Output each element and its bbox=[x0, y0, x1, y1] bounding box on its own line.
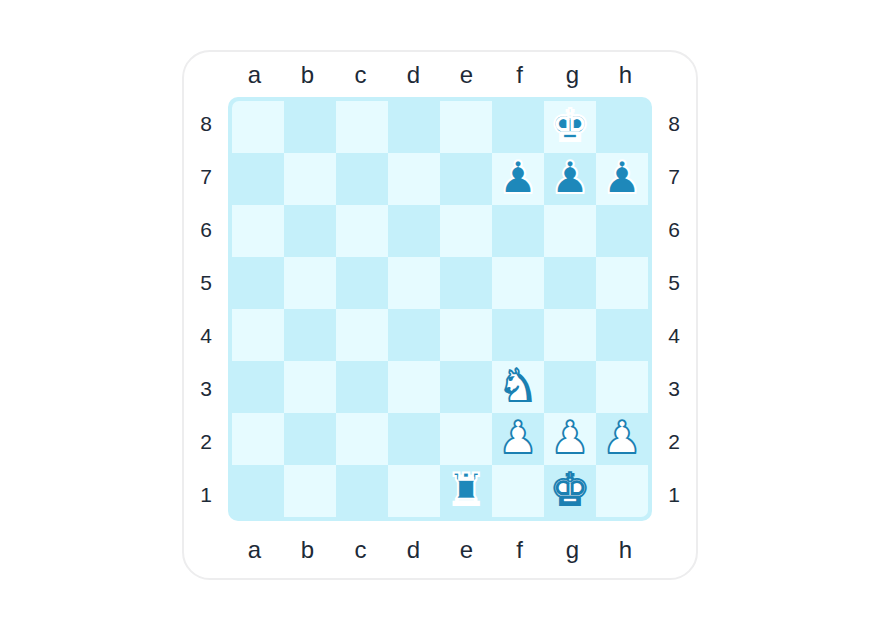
square-c3[interactable] bbox=[336, 361, 388, 413]
square-a8[interactable] bbox=[232, 101, 284, 153]
chessboard: ♚♟♟♟♞♟♟♟♜♚ bbox=[228, 97, 652, 521]
rank-label-7: 7 bbox=[200, 150, 212, 203]
file-label-e: e bbox=[440, 536, 493, 564]
rank-label-2: 2 bbox=[668, 415, 680, 468]
square-g1[interactable]: ♚ bbox=[544, 465, 596, 517]
square-c8[interactable] bbox=[336, 101, 388, 153]
square-h7[interactable]: ♟ bbox=[596, 153, 648, 205]
file-label-e: e bbox=[440, 61, 493, 89]
file-label-c: c bbox=[334, 61, 387, 89]
square-b3[interactable] bbox=[284, 361, 336, 413]
rank-label-8: 8 bbox=[200, 97, 212, 150]
square-b6[interactable] bbox=[284, 205, 336, 257]
square-d2[interactable] bbox=[388, 413, 440, 465]
rank-label-5: 5 bbox=[200, 256, 212, 309]
square-e7[interactable] bbox=[440, 153, 492, 205]
square-g3[interactable] bbox=[544, 361, 596, 413]
square-a3[interactable] bbox=[232, 361, 284, 413]
square-b5[interactable] bbox=[284, 257, 336, 309]
square-e2[interactable] bbox=[440, 413, 492, 465]
piece-black-pawn-h7[interactable]: ♟ bbox=[602, 152, 642, 204]
rank-label-3: 3 bbox=[668, 362, 680, 415]
file-label-d: d bbox=[387, 536, 440, 564]
square-c7[interactable] bbox=[336, 153, 388, 205]
rank-label-2: 2 bbox=[200, 415, 212, 468]
square-a1[interactable] bbox=[232, 465, 284, 517]
file-label-g: g bbox=[546, 536, 599, 564]
square-f8[interactable] bbox=[492, 101, 544, 153]
file-label-g: g bbox=[546, 61, 599, 89]
square-f6[interactable] bbox=[492, 205, 544, 257]
file-label-b: b bbox=[281, 61, 334, 89]
square-b7[interactable] bbox=[284, 153, 336, 205]
square-b2[interactable] bbox=[284, 413, 336, 465]
square-g6[interactable] bbox=[544, 205, 596, 257]
square-e5[interactable] bbox=[440, 257, 492, 309]
file-labels-bottom: abcdefgh bbox=[228, 521, 652, 578]
piece-white-king-g1[interactable]: ♚ bbox=[550, 464, 590, 516]
square-f2[interactable]: ♟ bbox=[492, 413, 544, 465]
file-label-a: a bbox=[228, 61, 281, 89]
square-e3[interactable] bbox=[440, 361, 492, 413]
square-h1[interactable] bbox=[596, 465, 648, 517]
chessboard-grid: ♚♟♟♟♞♟♟♟♜♚ bbox=[232, 101, 648, 517]
square-c4[interactable] bbox=[336, 309, 388, 361]
rank-labels-right: 87654321 bbox=[652, 97, 696, 521]
square-a7[interactable] bbox=[232, 153, 284, 205]
rank-label-6: 6 bbox=[200, 203, 212, 256]
square-d1[interactable] bbox=[388, 465, 440, 517]
piece-white-pawn-f2[interactable]: ♟ bbox=[498, 412, 538, 464]
square-h4[interactable] bbox=[596, 309, 648, 361]
square-a2[interactable] bbox=[232, 413, 284, 465]
square-e1[interactable]: ♜ bbox=[440, 465, 492, 517]
rank-label-4: 4 bbox=[200, 309, 212, 362]
page: abcdefgh 87654321 ♚♟♟♟♞♟♟♟♜♚ 87654321 ab… bbox=[0, 0, 880, 630]
square-h3[interactable] bbox=[596, 361, 648, 413]
square-d5[interactable] bbox=[388, 257, 440, 309]
square-b1[interactable] bbox=[284, 465, 336, 517]
square-f3[interactable]: ♞ bbox=[492, 361, 544, 413]
rank-label-7: 7 bbox=[668, 150, 680, 203]
square-g7[interactable]: ♟ bbox=[544, 153, 596, 205]
square-a6[interactable] bbox=[232, 205, 284, 257]
square-a4[interactable] bbox=[232, 309, 284, 361]
square-d7[interactable] bbox=[388, 153, 440, 205]
rank-label-1: 1 bbox=[668, 468, 680, 521]
square-e8[interactable] bbox=[440, 101, 492, 153]
file-label-h: h bbox=[599, 536, 652, 564]
piece-black-pawn-g7[interactable]: ♟ bbox=[550, 152, 590, 204]
file-label-c: c bbox=[334, 536, 387, 564]
file-label-f: f bbox=[493, 536, 546, 564]
square-e4[interactable] bbox=[440, 309, 492, 361]
square-c5[interactable] bbox=[336, 257, 388, 309]
square-d3[interactable] bbox=[388, 361, 440, 413]
square-d6[interactable] bbox=[388, 205, 440, 257]
rank-label-3: 3 bbox=[200, 362, 212, 415]
square-c1[interactable] bbox=[336, 465, 388, 517]
piece-white-pawn-g2[interactable]: ♟ bbox=[550, 412, 590, 464]
rank-label-4: 4 bbox=[668, 309, 680, 362]
square-g4[interactable] bbox=[544, 309, 596, 361]
square-e6[interactable] bbox=[440, 205, 492, 257]
file-label-f: f bbox=[493, 61, 546, 89]
piece-white-knight-f3[interactable]: ♞ bbox=[498, 360, 538, 412]
square-f5[interactable] bbox=[492, 257, 544, 309]
piece-black-pawn-f7[interactable]: ♟ bbox=[498, 152, 538, 204]
square-d8[interactable] bbox=[388, 101, 440, 153]
square-c2[interactable] bbox=[336, 413, 388, 465]
file-label-h: h bbox=[599, 61, 652, 89]
rank-label-6: 6 bbox=[668, 203, 680, 256]
file-label-a: a bbox=[228, 536, 281, 564]
file-label-b: b bbox=[281, 536, 334, 564]
square-b4[interactable] bbox=[284, 309, 336, 361]
square-a5[interactable] bbox=[232, 257, 284, 309]
square-d4[interactable] bbox=[388, 309, 440, 361]
piece-white-pawn-h2[interactable]: ♟ bbox=[602, 412, 642, 464]
chessboard-card: abcdefgh 87654321 ♚♟♟♟♞♟♟♟♜♚ 87654321 ab… bbox=[182, 50, 698, 580]
square-f4[interactable] bbox=[492, 309, 544, 361]
square-c6[interactable] bbox=[336, 205, 388, 257]
square-g8[interactable]: ♚ bbox=[544, 101, 596, 153]
square-b8[interactable] bbox=[284, 101, 336, 153]
square-h5[interactable] bbox=[596, 257, 648, 309]
square-h8[interactable] bbox=[596, 101, 648, 153]
rank-label-5: 5 bbox=[668, 256, 680, 309]
rank-labels-left: 87654321 bbox=[184, 97, 228, 521]
square-h2[interactable]: ♟ bbox=[596, 413, 648, 465]
rank-label-8: 8 bbox=[668, 97, 680, 150]
square-f1[interactable] bbox=[492, 465, 544, 517]
square-g2[interactable]: ♟ bbox=[544, 413, 596, 465]
square-h6[interactable] bbox=[596, 205, 648, 257]
piece-black-rook-e1[interactable]: ♜ bbox=[446, 464, 486, 516]
file-label-d: d bbox=[387, 61, 440, 89]
piece-black-king-g8[interactable]: ♚ bbox=[550, 101, 590, 152]
file-labels-top: abcdefgh bbox=[228, 52, 652, 97]
square-f7[interactable]: ♟ bbox=[492, 153, 544, 205]
square-g5[interactable] bbox=[544, 257, 596, 309]
rank-label-1: 1 bbox=[200, 468, 212, 521]
